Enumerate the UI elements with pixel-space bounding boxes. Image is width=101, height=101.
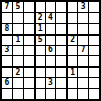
sudoku-cell-empty[interactable] (2, 35, 12, 45)
sudoku-cell-empty[interactable] (89, 46, 99, 56)
sudoku-cell-empty[interactable] (35, 67, 45, 77)
sudoku-cell-empty[interactable] (67, 24, 77, 34)
sudoku-cell-empty[interactable] (46, 2, 56, 12)
sudoku-cell-empty[interactable] (13, 24, 23, 34)
sudoku-cell-given[interactable]: 1 (35, 24, 45, 34)
sudoku-cell-given[interactable]: 7 (78, 46, 88, 56)
sudoku-cell-given[interactable]: 2 (67, 35, 77, 45)
sudoku-cell-empty[interactable] (78, 24, 88, 34)
sudoku-cell-empty[interactable] (67, 46, 77, 56)
sudoku-cell-empty[interactable] (2, 89, 12, 99)
sudoku-cell-empty[interactable] (78, 35, 88, 45)
sudoku-cell-empty[interactable] (56, 67, 66, 77)
sudoku-cell-empty[interactable] (89, 56, 99, 66)
sudoku-cell-given[interactable]: 3 (78, 2, 88, 12)
sudoku-cell-empty[interactable] (24, 13, 34, 23)
sudoku-cell-empty[interactable] (24, 35, 34, 45)
sudoku-cell-empty[interactable] (24, 2, 34, 12)
sudoku-cell-empty[interactable] (89, 89, 99, 99)
sudoku-cell-empty[interactable] (13, 46, 23, 56)
sudoku-cell-empty[interactable] (89, 35, 99, 45)
sudoku-cell-empty[interactable] (56, 89, 66, 99)
sudoku-cell-empty[interactable] (13, 13, 23, 23)
sudoku-cell-empty[interactable] (13, 78, 23, 88)
sudoku-cell-empty[interactable] (2, 13, 12, 23)
sudoku-cell-given[interactable]: 5 (35, 35, 45, 45)
sudoku-cell-given[interactable]: 6 (2, 78, 12, 88)
sudoku-cell-empty[interactable] (56, 24, 66, 34)
sudoku-cell-empty[interactable] (67, 89, 77, 99)
sudoku-cell-empty[interactable] (24, 67, 34, 77)
sudoku-cell-given[interactable]: 6 (46, 46, 56, 56)
sudoku-cell-given[interactable]: 3 (46, 78, 56, 88)
sudoku-cell-empty[interactable] (24, 78, 34, 88)
sudoku-cell-empty[interactable] (46, 35, 56, 45)
sudoku-cell-empty[interactable] (56, 46, 66, 56)
sudoku-cell-empty[interactable] (56, 13, 66, 23)
sudoku-cell-empty[interactable] (13, 56, 23, 66)
sudoku-cell-empty[interactable] (2, 56, 12, 66)
sudoku-cell-empty[interactable] (89, 13, 99, 23)
sudoku-cell-empty[interactable] (78, 56, 88, 66)
sudoku-cell-empty[interactable] (56, 78, 66, 88)
sudoku-cell-empty[interactable] (78, 67, 88, 77)
sudoku-cell-empty[interactable] (24, 46, 34, 56)
sudoku-cell-given[interactable]: 2 (13, 67, 23, 77)
sudoku-cell-empty[interactable] (46, 24, 56, 34)
sudoku-cell-empty[interactable] (78, 13, 88, 23)
sudoku-cell-empty[interactable] (67, 2, 77, 12)
sudoku-cell-empty[interactable] (35, 46, 45, 56)
sudoku-cell-given[interactable]: 4 (46, 13, 56, 23)
sudoku-cell-empty[interactable] (35, 78, 45, 88)
sudoku-cell-empty[interactable] (46, 89, 56, 99)
sudoku-cell-given[interactable]: 3 (2, 46, 12, 56)
sudoku-cell-given[interactable]: 1 (67, 67, 77, 77)
sudoku-cell-empty[interactable] (24, 89, 34, 99)
sudoku-cell-given[interactable]: 1 (13, 35, 23, 45)
sudoku-cell-empty[interactable] (24, 24, 34, 34)
sudoku-cell-empty[interactable] (56, 56, 66, 66)
sudoku-cell-empty[interactable] (35, 2, 45, 12)
sudoku-cell-empty[interactable] (46, 67, 56, 77)
sudoku-cell-empty[interactable] (46, 56, 56, 66)
sudoku-cell-given[interactable]: 5 (13, 2, 23, 12)
sudoku-cell-empty[interactable] (89, 2, 99, 12)
sudoku-cell-empty[interactable] (67, 13, 77, 23)
sudoku-cell-empty[interactable] (35, 56, 45, 66)
sudoku-cell-empty[interactable] (89, 24, 99, 34)
sudoku-cell-given[interactable]: 8 (2, 24, 12, 34)
sudoku-cell-empty[interactable] (13, 89, 23, 99)
sudoku-cell-empty[interactable] (35, 89, 45, 99)
sudoku-board: 75324811523672163 (0, 0, 101, 101)
sudoku-cell-empty[interactable] (24, 56, 34, 66)
sudoku-cell-empty[interactable] (2, 67, 12, 77)
sudoku-cell-empty[interactable] (89, 67, 99, 77)
sudoku-cell-empty[interactable] (56, 2, 66, 12)
sudoku-cell-given[interactable]: 2 (35, 13, 45, 23)
sudoku-cell-empty[interactable] (67, 56, 77, 66)
sudoku-cell-empty[interactable] (89, 78, 99, 88)
sudoku-cell-empty[interactable] (78, 78, 88, 88)
sudoku-cell-empty[interactable] (67, 78, 77, 88)
sudoku-cell-given[interactable]: 7 (2, 2, 12, 12)
sudoku-cell-empty[interactable] (56, 35, 66, 45)
sudoku-cell-empty[interactable] (78, 89, 88, 99)
